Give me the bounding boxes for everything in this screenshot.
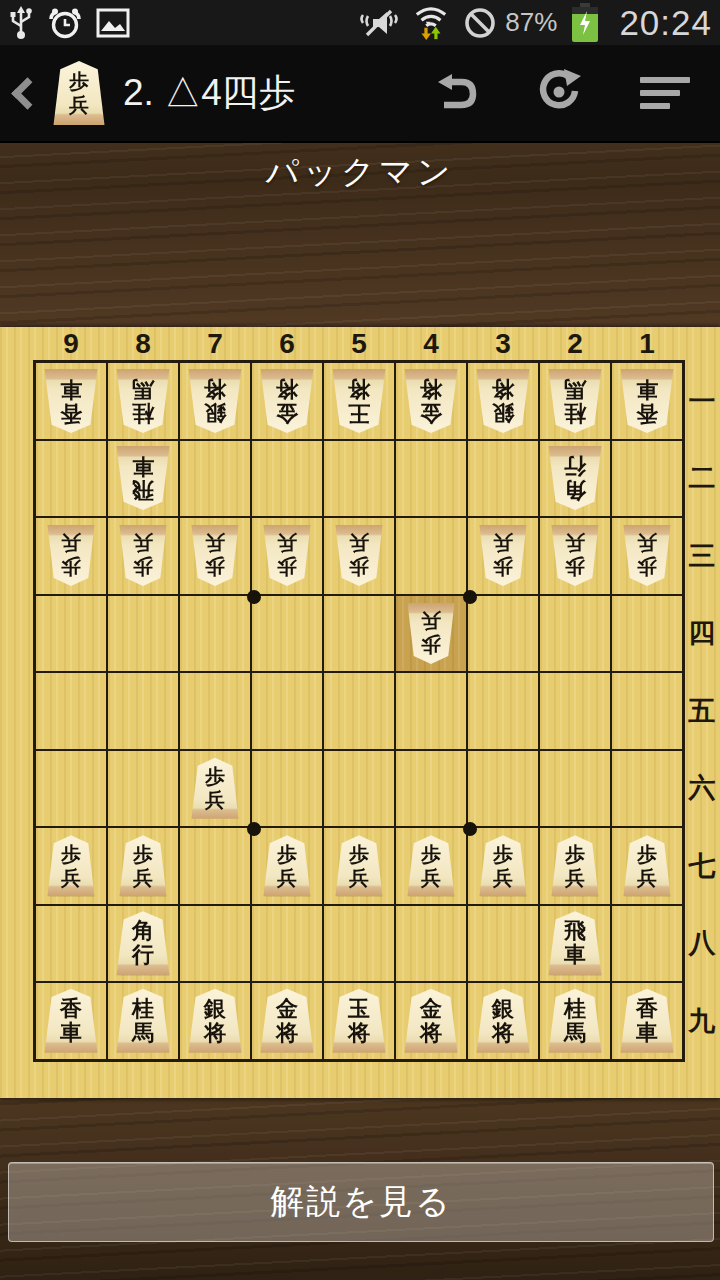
piece-sente-kaku: 角行 bbox=[116, 911, 170, 975]
board-cell-7-6[interactable]: 歩兵 bbox=[180, 751, 250, 827]
piece-sente-fu: 歩兵 bbox=[119, 835, 167, 896]
board-cell-6-2[interactable] bbox=[252, 441, 322, 517]
board-panel: 987654321 一二三四五六七八九 香車桂馬銀将金将王将金将銀将桂馬香車飛車… bbox=[0, 327, 720, 1098]
board-cell-5-6[interactable] bbox=[324, 751, 394, 827]
star-point bbox=[463, 822, 477, 836]
piece-gote-fu: 歩兵 bbox=[263, 525, 311, 586]
board-cell-3-4[interactable] bbox=[468, 596, 538, 672]
board-cell-7-5[interactable] bbox=[180, 673, 250, 749]
rank-coordinates: 一二三四五六七八九 bbox=[687, 360, 717, 1062]
file-label-7: 7 bbox=[180, 330, 250, 358]
board-cell-2-6[interactable] bbox=[540, 751, 610, 827]
piece-gote-kei: 桂馬 bbox=[548, 369, 602, 433]
piece-sente-fu: 歩兵 bbox=[191, 758, 239, 819]
usb-icon bbox=[8, 6, 34, 40]
piece-sente-fu: 歩兵 bbox=[623, 835, 671, 896]
board-cell-1-9[interactable]: 香車 bbox=[612, 983, 682, 1059]
piece-sente-fu: 歩兵 bbox=[335, 835, 383, 896]
file-label-5: 5 bbox=[324, 330, 394, 358]
board-cell-4-9[interactable]: 金将 bbox=[396, 983, 466, 1059]
board-cell-1-1[interactable]: 香車 bbox=[612, 363, 682, 439]
piece-gote-kei: 桂馬 bbox=[116, 369, 170, 433]
board-cell-2-7[interactable]: 歩兵 bbox=[540, 828, 610, 904]
board-cell-4-5[interactable] bbox=[396, 673, 466, 749]
board-cell-9-2[interactable] bbox=[36, 441, 106, 517]
rank-label-1: 一 bbox=[687, 363, 717, 439]
star-point bbox=[463, 590, 477, 604]
piece-sente-fu: 歩兵 bbox=[55, 63, 103, 124]
view-commentary-button[interactable]: 解説を見る bbox=[8, 1162, 714, 1242]
back-chevron-icon[interactable] bbox=[11, 77, 44, 110]
rank-label-6: 六 bbox=[687, 751, 717, 827]
board-cell-8-1[interactable]: 桂馬 bbox=[108, 363, 178, 439]
alarm-clock-icon bbox=[48, 6, 82, 40]
piece-gote-kyo: 香車 bbox=[44, 369, 98, 433]
board-cell-3-3[interactable]: 歩兵 bbox=[468, 518, 538, 594]
battery-percent: 87% bbox=[505, 7, 557, 38]
board-cell-8-3[interactable]: 歩兵 bbox=[108, 518, 178, 594]
piece-gote-fu: 歩兵 bbox=[191, 525, 239, 586]
board-cell-8-5[interactable] bbox=[108, 673, 178, 749]
view-commentary-label: 解説を見る bbox=[270, 1179, 452, 1225]
board-cell-3-6[interactable] bbox=[468, 751, 538, 827]
board-cell-8-4[interactable] bbox=[108, 596, 178, 672]
board-cell-1-7[interactable]: 歩兵 bbox=[612, 828, 682, 904]
redo-reset-icon[interactable] bbox=[536, 69, 582, 117]
rank-label-4: 四 bbox=[687, 596, 717, 672]
board-cell-4-4[interactable]: 歩兵 bbox=[396, 596, 466, 672]
piece-sente-hisha: 飛車 bbox=[548, 911, 602, 975]
move-title: 2. △4四歩 bbox=[123, 68, 296, 118]
board-cell-6-7[interactable]: 歩兵 bbox=[252, 828, 322, 904]
board-cell-7-1[interactable]: 銀将 bbox=[180, 363, 250, 439]
board-cell-4-7[interactable]: 歩兵 bbox=[396, 828, 466, 904]
wifi-updown-icon bbox=[413, 5, 449, 41]
board-cell-5-7[interactable]: 歩兵 bbox=[324, 828, 394, 904]
file-label-1: 1 bbox=[612, 330, 682, 358]
board-cell-5-4[interactable] bbox=[324, 596, 394, 672]
board-cell-8-2[interactable]: 飛車 bbox=[108, 441, 178, 517]
vibrate-mute-icon bbox=[359, 7, 399, 39]
board-cell-4-2[interactable] bbox=[396, 441, 466, 517]
menu-icon[interactable] bbox=[640, 77, 690, 109]
board-cell-2-8[interactable]: 飛車 bbox=[540, 906, 610, 982]
no-sim-icon bbox=[463, 6, 497, 40]
piece-gote-fu: 歩兵 bbox=[623, 525, 671, 586]
board-cell-2-9[interactable]: 桂馬 bbox=[540, 983, 610, 1059]
piece-gote-gin: 銀将 bbox=[188, 369, 242, 433]
board-cell-3-7[interactable]: 歩兵 bbox=[468, 828, 538, 904]
board-cell-6-1[interactable]: 金将 bbox=[252, 363, 322, 439]
piece-gote-fu: 歩兵 bbox=[407, 603, 455, 664]
board-cell-9-8[interactable] bbox=[36, 906, 106, 982]
piece-sente-gyoku: 玉将 bbox=[332, 989, 386, 1053]
board-cell-5-3[interactable]: 歩兵 bbox=[324, 518, 394, 594]
rank-label-2: 二 bbox=[687, 441, 717, 517]
board-cell-1-8[interactable] bbox=[612, 906, 682, 982]
board-cell-6-8[interactable] bbox=[252, 906, 322, 982]
piece-sente-fu: 歩兵 bbox=[551, 835, 599, 896]
file-label-3: 3 bbox=[468, 330, 538, 358]
board-cell-1-2[interactable] bbox=[612, 441, 682, 517]
board-cell-7-8[interactable] bbox=[180, 906, 250, 982]
board-cell-8-7[interactable]: 歩兵 bbox=[108, 828, 178, 904]
board-cell-2-3[interactable]: 歩兵 bbox=[540, 518, 610, 594]
board-cell-3-1[interactable]: 銀将 bbox=[468, 363, 538, 439]
board-cell-6-6[interactable] bbox=[252, 751, 322, 827]
board-cell-5-5[interactable] bbox=[324, 673, 394, 749]
board-cell-2-2[interactable]: 角行 bbox=[540, 441, 610, 517]
piece-sente-gin: 銀将 bbox=[476, 989, 530, 1053]
piece-gote-ou: 王将 bbox=[332, 369, 386, 433]
piece-sente-kyo: 香車 bbox=[620, 989, 674, 1053]
scene-title: パックマン bbox=[0, 150, 720, 195]
rank-label-7: 七 bbox=[687, 828, 717, 904]
board-cell-7-4[interactable] bbox=[180, 596, 250, 672]
piece-gote-fu: 歩兵 bbox=[335, 525, 383, 586]
board-cell-8-8[interactable]: 角行 bbox=[108, 906, 178, 982]
board-cell-7-2[interactable] bbox=[180, 441, 250, 517]
rank-label-8: 八 bbox=[687, 906, 717, 982]
board-cell-1-3[interactable]: 歩兵 bbox=[612, 518, 682, 594]
rank-label-5: 五 bbox=[687, 673, 717, 749]
board-cell-2-1[interactable]: 桂馬 bbox=[540, 363, 610, 439]
board-cell-3-2[interactable] bbox=[468, 441, 538, 517]
board-cell-6-3[interactable]: 歩兵 bbox=[252, 518, 322, 594]
board-cell-9-5[interactable] bbox=[36, 673, 106, 749]
board-cell-9-7[interactable]: 歩兵 bbox=[36, 828, 106, 904]
piece-sente-kyo: 香車 bbox=[44, 989, 98, 1053]
undo-icon[interactable] bbox=[432, 71, 478, 115]
board-cell-9-1[interactable]: 香車 bbox=[36, 363, 106, 439]
status-bar: 87% 20:24 bbox=[0, 0, 720, 45]
piece-sente-fu: 歩兵 bbox=[479, 835, 527, 896]
board-cell-1-5[interactable] bbox=[612, 673, 682, 749]
piece-sente-gin: 銀将 bbox=[188, 989, 242, 1053]
board-cell-5-1[interactable]: 王将 bbox=[324, 363, 394, 439]
file-label-6: 6 bbox=[252, 330, 322, 358]
board-cell-6-4[interactable] bbox=[252, 596, 322, 672]
board-cell-4-8[interactable] bbox=[396, 906, 466, 982]
file-coordinates: 987654321 bbox=[33, 327, 685, 358]
file-label-9: 9 bbox=[36, 330, 106, 358]
piece-sente-kei: 桂馬 bbox=[116, 989, 170, 1053]
piece-gote-fu: 歩兵 bbox=[479, 525, 527, 586]
rank-label-9: 九 bbox=[687, 983, 717, 1059]
board-cell-3-9[interactable]: 銀将 bbox=[468, 983, 538, 1059]
board-cell-8-6[interactable] bbox=[108, 751, 178, 827]
piece-sente-fu: 歩兵 bbox=[263, 835, 311, 896]
rank-label-3: 三 bbox=[687, 518, 717, 594]
board-cell-5-9[interactable]: 玉将 bbox=[324, 983, 394, 1059]
up-arrow bbox=[431, 26, 440, 38]
shogi-board: 香車桂馬銀将金将王将金将銀将桂馬香車飛車角行歩兵歩兵歩兵歩兵歩兵歩兵歩兵歩兵歩兵… bbox=[33, 360, 685, 1062]
star-point bbox=[247, 590, 261, 604]
file-label-8: 8 bbox=[108, 330, 178, 358]
board-cell-5-2[interactable] bbox=[324, 441, 394, 517]
piece-gote-fu: 歩兵 bbox=[47, 525, 95, 586]
piece-gote-gin: 銀将 bbox=[476, 369, 530, 433]
board-cell-4-3[interactable] bbox=[396, 518, 466, 594]
board-cell-2-5[interactable] bbox=[540, 673, 610, 749]
piece-sente-kin: 金将 bbox=[260, 989, 314, 1053]
board-cell-9-6[interactable] bbox=[36, 751, 106, 827]
board-cell-4-6[interactable] bbox=[396, 751, 466, 827]
piece-sente-kin: 金将 bbox=[404, 989, 458, 1053]
toolbar: 歩兵 2. △4四歩 bbox=[0, 45, 720, 143]
board-cell-9-3[interactable]: 歩兵 bbox=[36, 518, 106, 594]
file-label-2: 2 bbox=[540, 330, 610, 358]
piece-gote-kaku: 角行 bbox=[548, 446, 602, 510]
app-piece-icon[interactable]: 歩兵 bbox=[53, 61, 105, 125]
board-cell-3-8[interactable] bbox=[468, 906, 538, 982]
board-cell-1-6[interactable] bbox=[612, 751, 682, 827]
board-cell-9-4[interactable] bbox=[36, 596, 106, 672]
board-cell-8-9[interactable]: 桂馬 bbox=[108, 983, 178, 1059]
board-cell-9-9[interactable]: 香車 bbox=[36, 983, 106, 1059]
piece-sente-fu: 歩兵 bbox=[47, 835, 95, 896]
board-cell-2-4[interactable] bbox=[540, 596, 610, 672]
board-cell-7-9[interactable]: 銀将 bbox=[180, 983, 250, 1059]
star-point bbox=[247, 822, 261, 836]
status-right-icons: 87% 20:24 bbox=[359, 3, 712, 43]
piece-gote-hisha: 飛車 bbox=[116, 446, 170, 510]
board-cell-6-5[interactable] bbox=[252, 673, 322, 749]
gallery-icon bbox=[96, 8, 130, 38]
board-cell-6-9[interactable]: 金将 bbox=[252, 983, 322, 1059]
piece-gote-kin: 金将 bbox=[260, 369, 314, 433]
file-label-4: 4 bbox=[396, 330, 466, 358]
status-left-icons bbox=[8, 6, 130, 40]
board-cell-1-4[interactable] bbox=[612, 596, 682, 672]
piece-gote-fu: 歩兵 bbox=[119, 525, 167, 586]
clock-text: 20:24 bbox=[619, 3, 712, 43]
board-cell-5-8[interactable] bbox=[324, 906, 394, 982]
board-cell-7-7[interactable] bbox=[180, 828, 250, 904]
piece-gote-kin: 金将 bbox=[404, 369, 458, 433]
piece-gote-fu: 歩兵 bbox=[551, 525, 599, 586]
piece-sente-fu: 歩兵 bbox=[407, 835, 455, 896]
piece-sente-kei: 桂馬 bbox=[548, 989, 602, 1053]
board-cell-3-5[interactable] bbox=[468, 673, 538, 749]
board-cell-7-3[interactable]: 歩兵 bbox=[180, 518, 250, 594]
piece-gote-kyo: 香車 bbox=[620, 369, 674, 433]
board-cell-4-1[interactable]: 金将 bbox=[396, 363, 466, 439]
down-arrow bbox=[422, 27, 431, 39]
battery-charging-icon bbox=[571, 3, 599, 43]
